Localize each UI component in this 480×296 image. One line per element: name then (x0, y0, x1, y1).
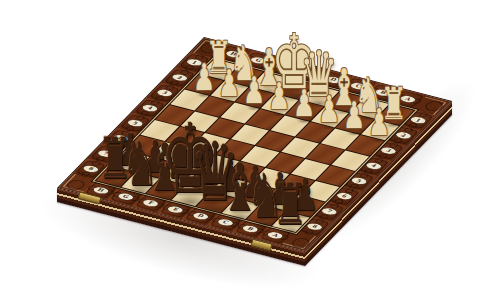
piece-glyph: ♟ (243, 69, 266, 112)
coordinate-label: 6 (334, 191, 355, 201)
coordinate-label: 4 (140, 103, 161, 113)
piece-white-pawn[interactable]: ♟ (293, 85, 316, 122)
coordinate-label: 4 (363, 161, 384, 171)
piece-glyph: ♜ (273, 171, 308, 237)
piece-white-pawn[interactable]: ♟ (268, 78, 291, 115)
coordinate-label: 3 (378, 146, 399, 156)
chess-set-photo: HGFEDCBA HGFEDCBA 12345678 12345678 ♜♞♝♛… (0, 0, 480, 296)
piece-glyph: ♟ (318, 88, 341, 131)
piece-white-pawn[interactable]: ♟ (218, 65, 241, 102)
piece-white-pawn[interactable]: ♟ (243, 72, 266, 109)
coordinate-label: 1 (408, 115, 429, 125)
coordinate-label: 7 (319, 206, 340, 216)
piece-glyph: ♟ (368, 101, 391, 144)
piece-white-pawn[interactable]: ♟ (368, 104, 391, 141)
coordinate-label: 5 (349, 176, 370, 186)
coordinate-label: 3 (154, 88, 175, 98)
coordinate-label: 2 (169, 73, 190, 83)
piece-glyph: ♟ (218, 62, 241, 105)
piece-black-rook[interactable]: ♜ (273, 176, 308, 233)
piece-glyph: ♟ (268, 75, 291, 118)
piece-white-pawn[interactable]: ♟ (343, 97, 366, 134)
piece-glyph: ♟ (193, 56, 216, 99)
piece-white-pawn[interactable]: ♟ (318, 91, 341, 128)
piece-glyph: ♟ (343, 94, 366, 137)
coordinate-label: 2 (393, 130, 414, 140)
piece-glyph: ♟ (293, 82, 316, 125)
piece-white-pawn[interactable]: ♟ (193, 59, 216, 96)
